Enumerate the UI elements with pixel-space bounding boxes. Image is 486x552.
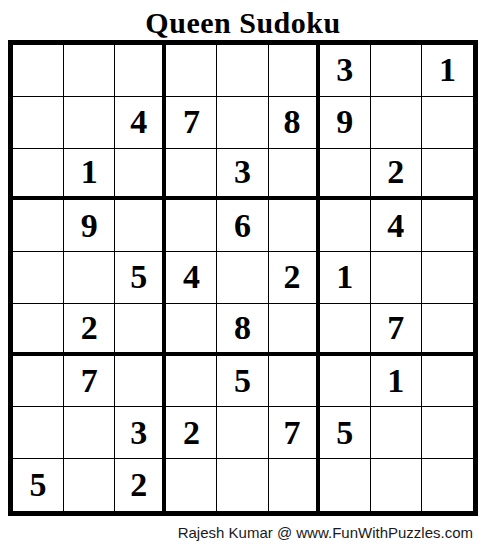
cell-r9c3[interactable]: 2 <box>115 459 166 511</box>
cell-r8c6[interactable]: 7 <box>269 407 320 459</box>
cell-r6c5[interactable]: 8 <box>217 304 268 356</box>
cell-r6c8[interactable]: 7 <box>371 304 422 356</box>
cell-r7c3[interactable] <box>115 356 166 408</box>
cell-r8c3[interactable]: 3 <box>115 407 166 459</box>
cell-r3c7[interactable] <box>320 149 371 201</box>
cell-r7c1[interactable] <box>13 356 64 408</box>
cell-r8c1[interactable] <box>13 407 64 459</box>
cell-r8c2[interactable] <box>64 407 115 459</box>
cell-r8c7[interactable]: 5 <box>320 407 371 459</box>
cell-r5c6[interactable]: 2 <box>269 252 320 304</box>
cell-r9c4[interactable] <box>166 459 217 511</box>
cell-r5c8[interactable] <box>371 252 422 304</box>
cell-r1c2[interactable] <box>64 45 115 97</box>
cell-r6c7[interactable] <box>320 304 371 356</box>
cell-r4c3[interactable] <box>115 200 166 252</box>
cell-r9c9[interactable] <box>422 459 473 511</box>
cell-r7c9[interactable] <box>422 356 473 408</box>
cell-r3c6[interactable] <box>269 149 320 201</box>
cell-r2c4[interactable]: 7 <box>166 97 217 149</box>
cell-r2c7[interactable]: 9 <box>320 97 371 149</box>
cell-r5c4[interactable]: 4 <box>166 252 217 304</box>
cell-r7c7[interactable] <box>320 356 371 408</box>
cell-r5c1[interactable] <box>13 252 64 304</box>
cell-r3c5[interactable]: 3 <box>217 149 268 201</box>
cell-r8c9[interactable] <box>422 407 473 459</box>
cell-r1c1[interactable] <box>13 45 64 97</box>
cell-r6c2[interactable]: 2 <box>64 304 115 356</box>
cell-r7c8[interactable]: 1 <box>371 356 422 408</box>
cell-r6c1[interactable] <box>13 304 64 356</box>
credit-text: Rajesh Kumar @ www.FunWithPuzzles.com <box>0 524 473 542</box>
cell-r1c4[interactable] <box>166 45 217 97</box>
cell-r8c5[interactable] <box>217 407 268 459</box>
cell-r4c1[interactable] <box>13 200 64 252</box>
cell-r4c7[interactable] <box>320 200 371 252</box>
cell-r8c8[interactable] <box>371 407 422 459</box>
cell-r1c7[interactable]: 3 <box>320 45 371 97</box>
cell-r3c9[interactable] <box>422 149 473 201</box>
cell-r4c9[interactable] <box>422 200 473 252</box>
cell-r3c2[interactable]: 1 <box>64 149 115 201</box>
cell-r5c7[interactable]: 1 <box>320 252 371 304</box>
cell-r3c1[interactable] <box>13 149 64 201</box>
cell-r6c3[interactable] <box>115 304 166 356</box>
cell-r2c9[interactable] <box>422 97 473 149</box>
cell-r2c3[interactable]: 4 <box>115 97 166 149</box>
cell-r4c4[interactable] <box>166 200 217 252</box>
cell-r2c8[interactable] <box>371 97 422 149</box>
cell-r9c2[interactable] <box>64 459 115 511</box>
cell-r5c5[interactable] <box>217 252 268 304</box>
cell-r5c9[interactable] <box>422 252 473 304</box>
cell-r1c8[interactable] <box>371 45 422 97</box>
cell-r2c2[interactable] <box>64 97 115 149</box>
cell-r3c3[interactable] <box>115 149 166 201</box>
cell-r1c3[interactable] <box>115 45 166 97</box>
cell-r7c4[interactable] <box>166 356 217 408</box>
cell-r7c2[interactable]: 7 <box>64 356 115 408</box>
cell-r3c4[interactable] <box>166 149 217 201</box>
cell-r2c5[interactable] <box>217 97 268 149</box>
cell-r9c7[interactable] <box>320 459 371 511</box>
cell-r8c4[interactable]: 2 <box>166 407 217 459</box>
cell-r7c6[interactable] <box>269 356 320 408</box>
cell-r4c2[interactable]: 9 <box>64 200 115 252</box>
cell-r1c5[interactable] <box>217 45 268 97</box>
cell-r2c6[interactable]: 8 <box>269 97 320 149</box>
cell-r6c6[interactable] <box>269 304 320 356</box>
cell-r7c5[interactable]: 5 <box>217 356 268 408</box>
cell-r9c6[interactable] <box>269 459 320 511</box>
cell-r5c2[interactable] <box>64 252 115 304</box>
page-title: Queen Sudoku <box>0 0 486 40</box>
cell-r4c6[interactable] <box>269 200 320 252</box>
sudoku-board: 3147891329645421287751327552 <box>8 40 478 516</box>
cell-r4c8[interactable]: 4 <box>371 200 422 252</box>
cell-r9c8[interactable] <box>371 459 422 511</box>
cell-r3c8[interactable]: 2 <box>371 149 422 201</box>
cell-r9c1[interactable]: 5 <box>13 459 64 511</box>
cell-r6c9[interactable] <box>422 304 473 356</box>
cell-r5c3[interactable]: 5 <box>115 252 166 304</box>
cell-r9c5[interactable] <box>217 459 268 511</box>
cell-r1c6[interactable] <box>269 45 320 97</box>
cell-r1c9[interactable]: 1 <box>422 45 473 97</box>
cell-r4c5[interactable]: 6 <box>217 200 268 252</box>
cell-r6c4[interactable] <box>166 304 217 356</box>
cell-r2c1[interactable] <box>13 97 64 149</box>
